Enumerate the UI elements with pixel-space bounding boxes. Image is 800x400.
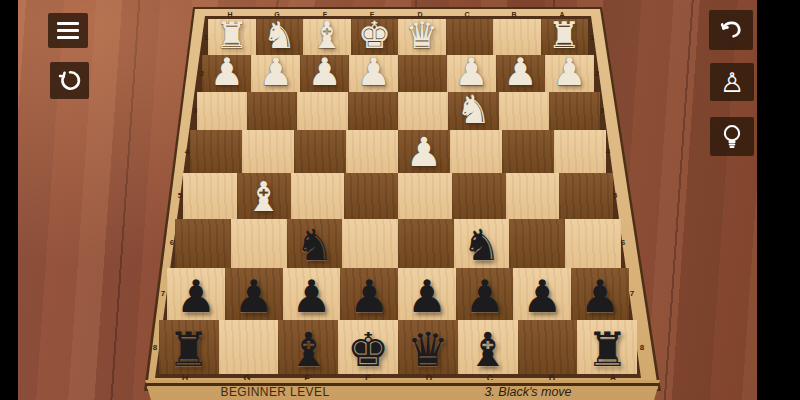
move-turn-text: 3. Black's move — [468, 385, 588, 399]
chess-app-screen: ♜♞♝♚♛♜♟♟♟♟♟♟♟♞♟♝♞♞♟♟♟♟♟♟♟♟♜♝♚♛♝♜11223344… — [0, 0, 800, 400]
board-rank-5: ♝ — [183, 173, 613, 219]
piece-white-pawn[interactable]: ♟ — [503, 53, 537, 91]
square-b8[interactable] — [518, 320, 578, 374]
piece-black-bishop[interactable]: ♝ — [467, 326, 509, 373]
square-b2[interactable]: ♟ — [496, 55, 545, 92]
piece-style-button[interactable]: ♙ — [710, 63, 754, 101]
square-h2[interactable]: ♟ — [202, 55, 251, 92]
piece-white-pawn[interactable]: ♟ — [454, 53, 488, 91]
file-label-top-B: B — [511, 11, 516, 18]
piece-black-pawn[interactable]: ♟ — [522, 274, 562, 319]
piece-white-bishop[interactable]: ♝ — [310, 17, 343, 54]
square-a2[interactable]: ♟ — [545, 55, 594, 92]
piece-black-pawn[interactable]: ♟ — [580, 274, 620, 319]
square-h4[interactable] — [190, 130, 242, 173]
square-h6[interactable] — [175, 219, 231, 268]
square-e4[interactable] — [346, 130, 398, 173]
square-h3[interactable] — [197, 92, 247, 131]
rank-label-right-6: 6 — [621, 238, 625, 247]
piece-white-pawn[interactable]: ♟ — [308, 53, 342, 91]
piece-black-pawn[interactable]: ♟ — [407, 274, 447, 319]
square-d7[interactable]: ♟ — [398, 268, 456, 321]
rank-label-right-4: 4 — [606, 147, 610, 156]
square-b6[interactable] — [509, 219, 565, 268]
square-g4[interactable] — [242, 130, 294, 173]
square-a3[interactable] — [549, 92, 599, 131]
square-f5[interactable] — [291, 173, 345, 219]
file-label-top-E: E — [370, 11, 375, 18]
square-f6[interactable]: ♞ — [287, 219, 343, 268]
square-h8[interactable]: ♜ — [159, 320, 219, 374]
piece-white-queen[interactable]: ♛ — [405, 17, 438, 54]
rank-label-right-1: 1 — [590, 33, 594, 42]
rank-label-left-2: 2 — [200, 69, 204, 78]
piece-black-bishop[interactable]: ♝ — [287, 326, 329, 373]
piece-black-pawn[interactable]: ♟ — [176, 274, 216, 319]
square-f3[interactable] — [297, 92, 347, 131]
square-a6[interactable] — [565, 219, 621, 268]
right-letterbox-bar — [757, 0, 800, 400]
file-label-top-H: H — [227, 11, 232, 18]
square-e5[interactable] — [344, 173, 398, 219]
chess-board: ♜♞♝♚♛♜♟♟♟♟♟♟♟♞♟♝♞♞♟♟♟♟♟♟♟♟♜♝♚♛♝♜11223344… — [0, 0, 800, 400]
square-f4[interactable] — [294, 130, 346, 173]
square-d8[interactable]: ♛ — [398, 320, 458, 374]
rank-label-left-7: 7 — [161, 289, 165, 298]
square-b7[interactable]: ♟ — [513, 268, 571, 321]
menu-button[interactable] — [48, 13, 88, 48]
square-c4[interactable] — [450, 130, 502, 173]
board-rank-6: ♞♞ — [175, 219, 621, 268]
square-b4[interactable] — [502, 130, 554, 173]
piece-white-knight[interactable]: ♞ — [263, 17, 296, 54]
square-e3[interactable] — [348, 92, 398, 131]
piece-white-pawn[interactable]: ♟ — [259, 53, 293, 91]
piece-black-king[interactable]: ♚ — [347, 326, 389, 373]
rank-label-left-4: 4 — [185, 147, 189, 156]
square-d6[interactable] — [398, 219, 454, 268]
square-d2[interactable] — [398, 55, 447, 92]
square-f8[interactable]: ♝ — [278, 320, 338, 374]
lightbulb-icon — [719, 122, 745, 152]
rank-label-left-5: 5 — [178, 191, 182, 200]
piece-black-pawn[interactable]: ♟ — [349, 274, 389, 319]
square-d1[interactable]: ♛ — [398, 19, 446, 55]
square-g2[interactable]: ♟ — [251, 55, 300, 92]
square-a5[interactable] — [559, 173, 613, 219]
square-a4[interactable] — [554, 130, 606, 173]
piece-black-rook[interactable]: ♜ — [586, 326, 628, 373]
square-d5[interactable] — [398, 173, 452, 219]
board-rank-7: ♟♟♟♟♟♟♟♟ — [167, 268, 629, 321]
piece-black-queen[interactable]: ♛ — [407, 326, 449, 373]
piece-black-knight[interactable]: ♞ — [462, 224, 501, 267]
square-g8[interactable] — [219, 320, 279, 374]
square-e6[interactable] — [342, 219, 398, 268]
rank-label-left-1: 1 — [204, 33, 208, 42]
square-g3[interactable] — [247, 92, 297, 131]
board-rank-3: ♞ — [197, 92, 600, 131]
restart-button[interactable] — [50, 62, 89, 99]
rank-label-right-3: 3 — [600, 106, 604, 115]
piece-black-pawn[interactable]: ♟ — [234, 274, 274, 319]
square-g7[interactable]: ♟ — [225, 268, 283, 321]
piece-white-king[interactable]: ♚ — [358, 17, 391, 54]
piece-black-pawn[interactable]: ♟ — [291, 274, 331, 319]
board-rank-2: ♟♟♟♟♟♟♟ — [202, 55, 593, 92]
piece-white-pawn[interactable]: ♟ — [552, 53, 586, 91]
square-b3[interactable] — [499, 92, 549, 131]
square-a8[interactable]: ♜ — [577, 320, 637, 374]
piece-white-pawn[interactable]: ♟ — [210, 53, 244, 91]
rank-label-right-8: 8 — [640, 343, 644, 352]
piece-white-knight[interactable]: ♞ — [456, 90, 491, 129]
undo-curved-arrow-icon — [716, 16, 746, 44]
square-d3[interactable] — [398, 92, 448, 131]
square-h5[interactable] — [183, 173, 237, 219]
piece-white-pawn[interactable]: ♟ — [406, 132, 442, 172]
difficulty-level-text: BEGINNER LEVEL — [205, 385, 345, 399]
rank-label-right-2: 2 — [595, 69, 599, 78]
square-d4[interactable]: ♟ — [398, 130, 450, 173]
hamburger-icon — [57, 22, 79, 39]
square-e8[interactable]: ♚ — [338, 320, 398, 374]
piece-white-pawn[interactable]: ♟ — [356, 53, 390, 91]
file-label-top-D: D — [417, 11, 422, 18]
rank-label-left-8: 8 — [153, 343, 157, 352]
board-rank-4: ♟ — [190, 130, 606, 173]
hint-button[interactable] — [710, 117, 754, 156]
rank-label-left-6: 6 — [170, 238, 174, 247]
square-c6[interactable]: ♞ — [454, 219, 510, 268]
board-rank-8: ♜♝♚♛♝♜ — [159, 320, 637, 374]
file-label-top-G: G — [274, 11, 279, 18]
undo-button[interactable] — [709, 10, 753, 50]
square-e2[interactable]: ♟ — [349, 55, 398, 92]
piece-black-pawn[interactable]: ♟ — [464, 274, 504, 319]
piece-black-knight[interactable]: ♞ — [295, 224, 334, 267]
file-label-top-A: A — [559, 11, 564, 18]
piece-white-rook[interactable]: ♜ — [548, 17, 581, 54]
rank-label-right-5: 5 — [613, 191, 617, 200]
square-e7[interactable]: ♟ — [340, 268, 398, 321]
restart-circular-arrow-icon — [56, 67, 83, 94]
square-c8[interactable]: ♝ — [458, 320, 518, 374]
square-f2[interactable]: ♟ — [300, 55, 349, 92]
file-label-top-F: F — [323, 11, 327, 18]
square-g5[interactable]: ♝ — [237, 173, 291, 219]
left-letterbox-bar — [0, 0, 18, 400]
piece-black-rook[interactable]: ♜ — [168, 326, 210, 373]
square-h7[interactable]: ♟ — [167, 268, 225, 321]
pawn-outline-icon: ♙ — [720, 69, 744, 96]
square-c3[interactable]: ♞ — [448, 92, 498, 131]
piece-white-bishop[interactable]: ♝ — [245, 177, 282, 218]
square-f7[interactable]: ♟ — [283, 268, 341, 321]
square-a7[interactable]: ♟ — [571, 268, 629, 321]
square-g6[interactable] — [231, 219, 287, 268]
piece-white-rook[interactable]: ♜ — [215, 17, 248, 54]
file-label-top-C: C — [464, 11, 469, 18]
square-c7[interactable]: ♟ — [456, 268, 514, 321]
rank-label-left-3: 3 — [193, 106, 197, 115]
rank-label-right-7: 7 — [630, 289, 634, 298]
square-b5[interactable] — [506, 173, 560, 219]
square-c5[interactable] — [452, 173, 506, 219]
